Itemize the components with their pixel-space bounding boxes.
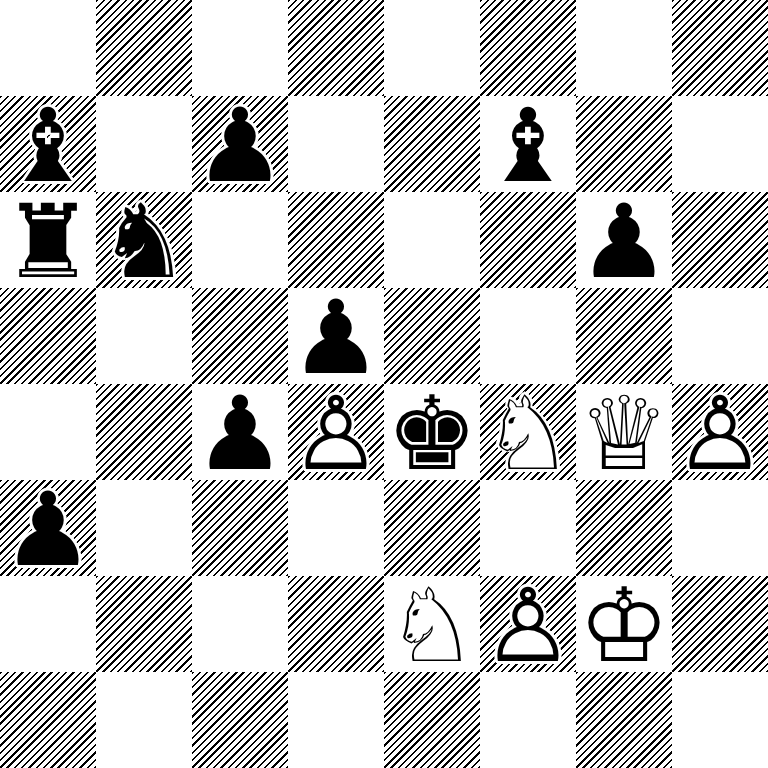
black-pawn-icon: ♟ <box>192 386 288 480</box>
square-d4[interactable]: ♟♙ <box>288 384 384 480</box>
square-f7[interactable]: ♝♝ <box>480 96 576 192</box>
square-c6[interactable] <box>192 192 288 288</box>
white-knight-icon: ♘ <box>480 386 576 480</box>
white-pawn-icon: ♙ <box>288 386 384 480</box>
square-g7[interactable] <box>576 96 672 192</box>
square-h7[interactable] <box>672 96 768 192</box>
piece-black-king-e4[interactable]: ♚♚ <box>384 384 480 480</box>
piece-black-pawn-a3[interactable]: ♟♟ <box>0 480 96 576</box>
square-d1[interactable] <box>288 672 384 768</box>
chess-board: ♝♝♟♟♝♝♜♜♞♞♟♟♟♟♟♟♟♙♚♚♞♘♛♕♟♙♟♟♞♘♟♙♚♔ <box>0 0 768 768</box>
black-pawn-icon: ♟ <box>0 482 96 576</box>
square-c2[interactable] <box>192 576 288 672</box>
square-e6[interactable] <box>384 192 480 288</box>
piece-white-pawn-h4[interactable]: ♟♙ <box>672 384 768 480</box>
square-e7[interactable] <box>384 96 480 192</box>
black-pawn-icon: ♟ <box>288 290 384 384</box>
square-f2[interactable]: ♟♙ <box>480 576 576 672</box>
square-d8[interactable] <box>288 0 384 96</box>
square-g1[interactable] <box>576 672 672 768</box>
square-e1[interactable] <box>384 672 480 768</box>
square-e3[interactable] <box>384 480 480 576</box>
piece-white-queen-g4[interactable]: ♛♕ <box>576 384 672 480</box>
white-pawn-icon: ♙ <box>672 386 768 480</box>
black-rook-icon: ♜ <box>0 194 96 288</box>
square-a2[interactable] <box>0 576 96 672</box>
square-c5[interactable] <box>192 288 288 384</box>
square-f5[interactable] <box>480 288 576 384</box>
square-b8[interactable] <box>96 0 192 96</box>
square-g2[interactable]: ♚♔ <box>576 576 672 672</box>
square-e2[interactable]: ♞♘ <box>384 576 480 672</box>
piece-white-knight-f4[interactable]: ♞♘ <box>480 384 576 480</box>
square-b5[interactable] <box>96 288 192 384</box>
square-d3[interactable] <box>288 480 384 576</box>
piece-black-pawn-g6[interactable]: ♟♟ <box>576 192 672 288</box>
square-a3[interactable]: ♟♟ <box>0 480 96 576</box>
square-e8[interactable] <box>384 0 480 96</box>
square-a7[interactable]: ♝♝ <box>0 96 96 192</box>
square-b6[interactable]: ♞♞ <box>96 192 192 288</box>
square-a5[interactable] <box>0 288 96 384</box>
square-b2[interactable] <box>96 576 192 672</box>
square-f1[interactable] <box>480 672 576 768</box>
square-a1[interactable] <box>0 672 96 768</box>
piece-black-pawn-d5[interactable]: ♟♟ <box>288 288 384 384</box>
square-g5[interactable] <box>576 288 672 384</box>
black-bishop-icon: ♝ <box>480 98 576 192</box>
square-c7[interactable]: ♟♟ <box>192 96 288 192</box>
black-pawn-icon: ♟ <box>192 98 288 192</box>
square-g3[interactable] <box>576 480 672 576</box>
square-d5[interactable]: ♟♟ <box>288 288 384 384</box>
piece-black-bishop-a7[interactable]: ♝♝ <box>0 96 96 192</box>
square-a6[interactable]: ♜♜ <box>0 192 96 288</box>
piece-black-rook-a6[interactable]: ♜♜ <box>0 192 96 288</box>
square-h5[interactable] <box>672 288 768 384</box>
square-h1[interactable] <box>672 672 768 768</box>
square-e4[interactable]: ♚♚ <box>384 384 480 480</box>
black-pawn-icon: ♟ <box>576 194 672 288</box>
piece-black-knight-b6[interactable]: ♞♞ <box>96 192 192 288</box>
square-h3[interactable] <box>672 480 768 576</box>
white-knight-icon: ♘ <box>384 578 480 672</box>
square-b7[interactable] <box>96 96 192 192</box>
black-knight-icon: ♞ <box>96 194 192 288</box>
piece-white-knight-e2[interactable]: ♞♘ <box>384 576 480 672</box>
square-g8[interactable] <box>576 0 672 96</box>
square-e5[interactable] <box>384 288 480 384</box>
square-c8[interactable] <box>192 0 288 96</box>
square-g6[interactable]: ♟♟ <box>576 192 672 288</box>
black-bishop-icon: ♝ <box>0 98 96 192</box>
square-f4[interactable]: ♞♘ <box>480 384 576 480</box>
square-h2[interactable] <box>672 576 768 672</box>
piece-black-pawn-c4[interactable]: ♟♟ <box>192 384 288 480</box>
square-b1[interactable] <box>96 672 192 768</box>
white-king-icon: ♔ <box>576 578 672 672</box>
square-c3[interactable] <box>192 480 288 576</box>
square-f8[interactable] <box>480 0 576 96</box>
square-a4[interactable] <box>0 384 96 480</box>
white-queen-icon: ♕ <box>576 386 672 480</box>
square-c1[interactable] <box>192 672 288 768</box>
piece-black-bishop-f7[interactable]: ♝♝ <box>480 96 576 192</box>
square-a8[interactable] <box>0 0 96 96</box>
square-c4[interactable]: ♟♟ <box>192 384 288 480</box>
piece-white-pawn-d4[interactable]: ♟♙ <box>288 384 384 480</box>
square-b4[interactable] <box>96 384 192 480</box>
square-d7[interactable] <box>288 96 384 192</box>
piece-white-king-g2[interactable]: ♚♔ <box>576 576 672 672</box>
square-b3[interactable] <box>96 480 192 576</box>
square-d6[interactable] <box>288 192 384 288</box>
square-d2[interactable] <box>288 576 384 672</box>
square-f6[interactable] <box>480 192 576 288</box>
black-king-icon: ♚ <box>384 386 480 480</box>
square-h6[interactable] <box>672 192 768 288</box>
square-f3[interactable] <box>480 480 576 576</box>
piece-white-pawn-f2[interactable]: ♟♙ <box>480 576 576 672</box>
square-g4[interactable]: ♛♕ <box>576 384 672 480</box>
white-pawn-icon: ♙ <box>480 578 576 672</box>
piece-black-pawn-c7[interactable]: ♟♟ <box>192 96 288 192</box>
square-h4[interactable]: ♟♙ <box>672 384 768 480</box>
square-h8[interactable] <box>672 0 768 96</box>
